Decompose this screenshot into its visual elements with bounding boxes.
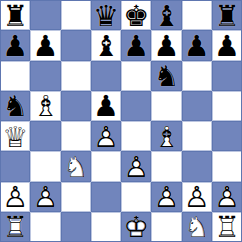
square-h2[interactable]: ♟♙ — [212, 182, 242, 212]
piece-outline-layer: ♔ — [121, 212, 151, 242]
square-b5[interactable]: ♝♗ — [30, 91, 60, 121]
piece-outline-layer: ♕ — [0, 122, 30, 152]
piece-black-bishop[interactable]: ♝ — [91, 30, 121, 60]
square-g4[interactable] — [182, 121, 212, 151]
piece-outline-layer: ♗ — [151, 122, 181, 152]
square-a7[interactable]: ♟ — [0, 30, 30, 60]
square-g3[interactable] — [182, 151, 212, 181]
square-a4[interactable]: ♛♕ — [0, 121, 30, 151]
square-b4[interactable] — [30, 121, 60, 151]
square-c4[interactable] — [61, 121, 91, 151]
piece-black-king[interactable]: ♚ — [121, 0, 151, 30]
square-a5[interactable]: ♞ — [0, 91, 30, 121]
piece-glyph: ♟ — [182, 31, 212, 61]
square-h8[interactable]: ♜ — [212, 0, 242, 30]
piece-black-pawn[interactable]: ♟ — [30, 30, 60, 60]
piece-white-knight[interactable]: ♞♘ — [61, 151, 91, 181]
square-e1[interactable]: ♚♔ — [121, 212, 151, 242]
piece-white-bishop[interactable]: ♝♗ — [30, 91, 60, 121]
square-g6[interactable] — [182, 61, 212, 91]
piece-outline-layer: ♙ — [121, 152, 151, 182]
piece-outline-layer: ♖ — [212, 212, 242, 242]
piece-glyph: ♟ — [30, 31, 60, 61]
square-a3[interactable] — [0, 151, 30, 181]
piece-white-king[interactable]: ♚♔ — [121, 212, 151, 242]
piece-outline-layer: ♘ — [61, 152, 91, 182]
square-h4[interactable] — [212, 121, 242, 151]
square-d2[interactable] — [91, 182, 121, 212]
square-g8[interactable] — [182, 0, 212, 30]
square-e5[interactable] — [121, 91, 151, 121]
piece-glyph: ♟ — [212, 31, 242, 61]
piece-black-pawn[interactable]: ♟ — [151, 30, 181, 60]
chess-board: ♜♛♚♝♜♟♟♝♟♟♟♟♞♞♝♗♟♛♕♟♙♝♗♞♘♟♙♟♙♟♙♟♙♟♙♟♙♜♖♚… — [0, 0, 242, 242]
piece-outline-layer: ♙ — [212, 182, 242, 212]
square-b6[interactable] — [30, 61, 60, 91]
piece-glyph: ♝ — [151, 1, 181, 31]
square-d3[interactable] — [91, 151, 121, 181]
piece-white-bishop[interactable]: ♝♗ — [151, 121, 181, 151]
piece-outline-layer: ♙ — [182, 182, 212, 212]
piece-black-queen[interactable]: ♛ — [91, 0, 121, 30]
piece-outline-layer: ♙ — [151, 182, 181, 212]
square-h6[interactable] — [212, 61, 242, 91]
piece-white-pawn[interactable]: ♟♙ — [91, 121, 121, 151]
square-e4[interactable] — [121, 121, 151, 151]
square-f2[interactable]: ♟♙ — [151, 182, 181, 212]
square-f6[interactable]: ♞ — [151, 61, 181, 91]
piece-glyph: ♝ — [91, 31, 121, 61]
square-a1[interactable]: ♜♖ — [0, 212, 30, 242]
piece-white-rook[interactable]: ♜♖ — [0, 212, 30, 242]
piece-outline-layer: ♖ — [0, 212, 30, 242]
piece-white-pawn[interactable]: ♟♙ — [0, 182, 30, 212]
piece-white-pawn[interactable]: ♟♙ — [212, 182, 242, 212]
piece-black-pawn[interactable]: ♟ — [91, 91, 121, 121]
piece-black-knight[interactable]: ♞ — [0, 91, 30, 121]
piece-white-queen[interactable]: ♛♕ — [0, 121, 30, 151]
square-a6[interactable] — [0, 61, 30, 91]
piece-white-knight[interactable]: ♞♘ — [182, 212, 212, 242]
square-d6[interactable] — [91, 61, 121, 91]
square-g2[interactable]: ♟♙ — [182, 182, 212, 212]
piece-black-pawn[interactable]: ♟ — [212, 30, 242, 60]
square-f8[interactable]: ♝ — [151, 0, 181, 30]
piece-glyph: ♞ — [151, 61, 181, 91]
square-e3[interactable]: ♟♙ — [121, 151, 151, 181]
square-c3[interactable]: ♞♘ — [61, 151, 91, 181]
square-h1[interactable]: ♜♖ — [212, 212, 242, 242]
square-d8[interactable]: ♛ — [91, 0, 121, 30]
piece-glyph: ♟ — [121, 31, 151, 61]
square-d1[interactable] — [91, 212, 121, 242]
piece-white-rook[interactable]: ♜♖ — [212, 212, 242, 242]
square-b1[interactable] — [30, 212, 60, 242]
piece-black-knight[interactable]: ♞ — [151, 61, 181, 91]
square-c5[interactable] — [61, 91, 91, 121]
piece-glyph: ♚ — [121, 1, 151, 31]
piece-black-rook[interactable]: ♜ — [212, 0, 242, 30]
piece-black-pawn[interactable]: ♟ — [182, 30, 212, 60]
piece-black-pawn[interactable]: ♟ — [0, 30, 30, 60]
piece-outline-layer: ♘ — [182, 212, 212, 242]
piece-outline-layer: ♙ — [30, 182, 60, 212]
piece-black-pawn[interactable]: ♟ — [121, 30, 151, 60]
square-h7[interactable]: ♟ — [212, 30, 242, 60]
square-b2[interactable]: ♟♙ — [30, 182, 60, 212]
square-f1[interactable] — [151, 212, 181, 242]
square-c6[interactable] — [61, 61, 91, 91]
square-a8[interactable]: ♜ — [0, 0, 30, 30]
piece-white-pawn[interactable]: ♟♙ — [151, 182, 181, 212]
piece-white-pawn[interactable]: ♟♙ — [182, 182, 212, 212]
square-b8[interactable] — [30, 0, 60, 30]
square-g7[interactable]: ♟ — [182, 30, 212, 60]
square-d5[interactable]: ♟ — [91, 91, 121, 121]
piece-outline-layer: ♙ — [0, 182, 30, 212]
square-e6[interactable] — [121, 61, 151, 91]
square-f4[interactable]: ♝♗ — [151, 121, 181, 151]
piece-white-pawn[interactable]: ♟♙ — [121, 151, 151, 181]
square-f3[interactable] — [151, 151, 181, 181]
square-e2[interactable] — [121, 182, 151, 212]
square-f5[interactable] — [151, 91, 181, 121]
square-f7[interactable]: ♟ — [151, 30, 181, 60]
piece-glyph: ♜ — [212, 1, 242, 31]
square-a2[interactable]: ♟♙ — [0, 182, 30, 212]
piece-glyph: ♟ — [151, 31, 181, 61]
square-g1[interactable]: ♞♘ — [182, 212, 212, 242]
square-e8[interactable]: ♚ — [121, 0, 151, 30]
piece-black-bishop[interactable]: ♝ — [151, 0, 181, 30]
piece-white-pawn[interactable]: ♟♙ — [30, 182, 60, 212]
square-c2[interactable] — [61, 182, 91, 212]
piece-glyph: ♜ — [0, 1, 30, 31]
square-b3[interactable] — [30, 151, 60, 181]
piece-black-rook[interactable]: ♜ — [0, 0, 30, 30]
piece-outline-layer: ♙ — [91, 122, 121, 152]
square-g5[interactable] — [182, 91, 212, 121]
square-h5[interactable] — [212, 91, 242, 121]
piece-outline-layer: ♗ — [30, 91, 60, 121]
square-d7[interactable]: ♝ — [91, 30, 121, 60]
square-c1[interactable] — [61, 212, 91, 242]
square-c8[interactable] — [61, 0, 91, 30]
piece-glyph: ♟ — [91, 91, 121, 121]
piece-glyph: ♞ — [0, 91, 30, 121]
square-d4[interactable]: ♟♙ — [91, 121, 121, 151]
square-b7[interactable]: ♟ — [30, 30, 60, 60]
square-h3[interactable] — [212, 151, 242, 181]
square-e7[interactable]: ♟ — [121, 30, 151, 60]
piece-glyph: ♛ — [91, 1, 121, 31]
piece-glyph: ♟ — [0, 31, 30, 61]
square-c7[interactable] — [61, 30, 91, 60]
